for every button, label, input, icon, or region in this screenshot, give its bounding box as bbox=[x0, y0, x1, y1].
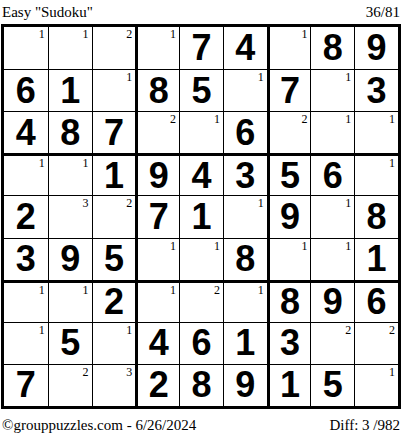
pencil-mark: 1 bbox=[258, 71, 264, 84]
pencil-mark: 1 bbox=[301, 28, 307, 41]
cell-value: 8 bbox=[49, 112, 92, 153]
cell-value: 1 bbox=[180, 196, 223, 237]
cell-value: 6 bbox=[180, 323, 223, 364]
sudoku-cell-r7c3[interactable]: 2 bbox=[92, 280, 136, 322]
sudoku-cell-r7c9[interactable]: 6 bbox=[354, 280, 398, 322]
sudoku-cell-r6c9[interactable]: 1 bbox=[354, 238, 398, 280]
sudoku-cell-r1c1[interactable]: 1 bbox=[4, 27, 48, 69]
sudoku-cell-r9c6[interactable]: 9 bbox=[223, 364, 267, 406]
sudoku-cell-r5c5[interactable]: 1 bbox=[179, 195, 223, 237]
sudoku-cell-r7c6[interactable]: 1 bbox=[223, 280, 267, 322]
sudoku-cell-r4c2[interactable]: 1 bbox=[48, 153, 92, 195]
cell-value: 2 bbox=[138, 365, 179, 406]
sudoku-cell-r6c7[interactable]: 1 bbox=[267, 238, 311, 280]
cell-value: 1 bbox=[49, 70, 92, 111]
cell-value: 6 bbox=[4, 70, 48, 111]
sudoku-cell-r4c7[interactable]: 5 bbox=[267, 153, 311, 195]
sudoku-cell-r9c8[interactable]: 5 bbox=[310, 364, 354, 406]
pencil-mark: 3 bbox=[83, 197, 89, 210]
cell-value: 5 bbox=[270, 156, 311, 195]
pencil-mark: 1 bbox=[258, 284, 264, 297]
sudoku-cell-r9c4[interactable]: 2 bbox=[135, 364, 179, 406]
sudoku-cell-r5c2[interactable]: 3 bbox=[48, 195, 92, 237]
sudoku-cell-r6c1[interactable]: 3 bbox=[4, 238, 48, 280]
cell-value: 3 bbox=[224, 156, 267, 195]
pencil-mark: 1 bbox=[126, 324, 132, 337]
sudoku-cell-r4c1[interactable]: 1 bbox=[4, 153, 48, 195]
sudoku-cell-r9c9[interactable]: 1 bbox=[354, 364, 398, 406]
pencil-mark: 1 bbox=[39, 324, 45, 337]
sudoku-cell-r3c6[interactable]: 6 bbox=[223, 111, 267, 153]
pencil-mark: 1 bbox=[126, 71, 132, 84]
sudoku-cell-r8c7[interactable]: 3 bbox=[267, 322, 311, 364]
cell-value: 6 bbox=[224, 112, 267, 153]
pencil-mark: 1 bbox=[389, 366, 395, 379]
progress-counter: 36/81 bbox=[366, 3, 400, 21]
cell-value: 4 bbox=[4, 112, 48, 153]
cell-value: 9 bbox=[224, 365, 267, 406]
cell-value: 5 bbox=[49, 323, 92, 364]
pencil-mark: 2 bbox=[126, 28, 132, 41]
sudoku-cell-r7c8[interactable]: 9 bbox=[310, 280, 354, 322]
cell-value: 8 bbox=[224, 239, 267, 280]
sudoku-cell-r3c3[interactable]: 7 bbox=[92, 111, 136, 153]
sudoku-cell-r5c7[interactable]: 9 bbox=[267, 195, 311, 237]
sudoku-cell-r8c2[interactable]: 5 bbox=[48, 322, 92, 364]
cell-value: 3 bbox=[355, 70, 398, 111]
sudoku-cell-r8c4[interactable]: 4 bbox=[135, 322, 179, 364]
pencil-mark: 1 bbox=[345, 113, 351, 126]
cell-value: 7 bbox=[180, 27, 223, 69]
sudoku-cell-r3c5[interactable]: 1 bbox=[179, 111, 223, 153]
sudoku-cell-r3c4[interactable]: 2 bbox=[135, 111, 179, 153]
cell-value: 2 bbox=[93, 283, 136, 322]
pencil-mark: 2 bbox=[83, 366, 89, 379]
cell-value: 1 bbox=[93, 156, 136, 195]
sudoku-cell-r4c8[interactable]: 6 bbox=[310, 153, 354, 195]
sudoku-cell-r5c1[interactable]: 2 bbox=[4, 195, 48, 237]
sudoku-cell-r8c9[interactable]: 2 bbox=[354, 322, 398, 364]
cell-value: 3 bbox=[4, 239, 48, 280]
pencil-mark: 1 bbox=[39, 284, 45, 297]
cell-value: 5 bbox=[311, 365, 354, 406]
cell-value: 1 bbox=[224, 323, 267, 364]
pencil-mark: 1 bbox=[345, 240, 351, 253]
cell-value: 7 bbox=[93, 112, 136, 153]
cell-value: 8 bbox=[311, 27, 354, 69]
sudoku-cell-r4c5[interactable]: 4 bbox=[179, 153, 223, 195]
sudoku-cell-r7c5[interactable]: 2 bbox=[179, 280, 223, 322]
cell-value: 6 bbox=[355, 283, 398, 322]
sudoku-cell-r7c4[interactable]: 1 bbox=[135, 280, 179, 322]
pencil-mark: 1 bbox=[39, 157, 45, 170]
page-header: Easy "Sudoku" 36/81 bbox=[0, 0, 402, 24]
cell-value: 9 bbox=[270, 196, 311, 237]
pencil-mark: 1 bbox=[345, 71, 351, 84]
sudoku-cell-r1c8[interactable]: 8 bbox=[310, 27, 354, 69]
pencil-mark: 2 bbox=[345, 324, 351, 337]
pencil-mark: 3 bbox=[126, 366, 132, 379]
pencil-mark: 1 bbox=[389, 113, 395, 126]
sudoku-cell-r6c8[interactable]: 1 bbox=[310, 238, 354, 280]
pencil-mark: 2 bbox=[301, 113, 307, 126]
sudoku-cell-r5c3[interactable]: 2 bbox=[92, 195, 136, 237]
cell-value: 7 bbox=[270, 70, 311, 111]
pencil-mark: 2 bbox=[170, 113, 176, 126]
pencil-mark: 1 bbox=[170, 240, 176, 253]
sudoku-cell-r1c4[interactable]: 1 bbox=[135, 27, 179, 69]
cell-value: 8 bbox=[270, 283, 311, 322]
cell-value: 4 bbox=[224, 27, 267, 69]
pencil-mark: 1 bbox=[39, 28, 45, 41]
sudoku-cell-r1c6[interactable]: 4 bbox=[223, 27, 267, 69]
sudoku-cell-r4c6[interactable]: 3 bbox=[223, 153, 267, 195]
sudoku-cell-r7c1[interactable]: 1 bbox=[4, 280, 48, 322]
cell-value: 4 bbox=[138, 323, 179, 364]
sudoku-cell-r6c6[interactable]: 8 bbox=[223, 238, 267, 280]
pencil-mark: 1 bbox=[83, 157, 89, 170]
sudoku-cell-r2c2[interactable]: 1 bbox=[48, 69, 92, 111]
pencil-mark: 1 bbox=[301, 240, 307, 253]
footer-difficulty: Diff: 3 /982 bbox=[329, 416, 400, 434]
cell-value: 1 bbox=[355, 239, 398, 280]
sudoku-cell-r8c8[interactable]: 2 bbox=[310, 322, 354, 364]
sudoku-cell-r5c8[interactable]: 1 bbox=[310, 195, 354, 237]
cell-value: 9 bbox=[49, 239, 92, 280]
sudoku-cell-r5c9[interactable]: 8 bbox=[354, 195, 398, 237]
sudoku-cell-r9c5[interactable]: 8 bbox=[179, 364, 223, 406]
sudoku-cell-r7c7[interactable]: 8 bbox=[267, 280, 311, 322]
sudoku-cell-r5c4[interactable]: 7 bbox=[135, 195, 179, 237]
sudoku-cell-r4c4[interactable]: 9 bbox=[135, 153, 179, 195]
sudoku-cell-r8c5[interactable]: 6 bbox=[179, 322, 223, 364]
pencil-mark: 1 bbox=[83, 284, 89, 297]
sudoku-cell-r3c7[interactable]: 2 bbox=[267, 111, 311, 153]
sudoku-cell-r1c9[interactable]: 9 bbox=[354, 27, 398, 69]
pencil-mark: 1 bbox=[214, 240, 220, 253]
sudoku-cell-r9c7[interactable]: 1 bbox=[267, 364, 311, 406]
cell-value: 9 bbox=[311, 283, 354, 322]
cell-value: 8 bbox=[355, 196, 398, 237]
footer-credit: ©grouppuzzles.com - 6/26/2024 bbox=[2, 416, 196, 434]
sudoku-cell-r8c1[interactable]: 1 bbox=[4, 322, 48, 364]
sudoku-cell-r7c2[interactable]: 1 bbox=[48, 280, 92, 322]
sudoku-cell-r2c4[interactable]: 8 bbox=[135, 69, 179, 111]
sudoku-cell-r6c3[interactable]: 5 bbox=[92, 238, 136, 280]
pencil-mark: 1 bbox=[83, 28, 89, 41]
sudoku-cell-r8c6[interactable]: 1 bbox=[223, 322, 267, 364]
sudoku-cell-r3c8[interactable]: 1 bbox=[310, 111, 354, 153]
cell-value: 5 bbox=[93, 239, 136, 280]
sudoku-cell-r1c7[interactable]: 1 bbox=[267, 27, 311, 69]
page-footer: ©grouppuzzles.com - 6/26/2024 Diff: 3 /9… bbox=[0, 409, 402, 434]
pencil-mark: 1 bbox=[345, 197, 351, 210]
sudoku-cell-r6c5[interactable]: 1 bbox=[179, 238, 223, 280]
pencil-mark: 1 bbox=[389, 157, 395, 170]
pencil-mark: 2 bbox=[214, 284, 220, 297]
sudoku-cell-r1c3[interactable]: 2 bbox=[92, 27, 136, 69]
pencil-mark: 1 bbox=[258, 197, 264, 210]
cell-value: 6 bbox=[311, 156, 354, 195]
sudoku-cell-r6c4[interactable]: 1 bbox=[135, 238, 179, 280]
sudoku-cell-r3c9[interactable]: 1 bbox=[354, 111, 398, 153]
pencil-mark: 2 bbox=[126, 197, 132, 210]
sudoku-cell-r9c3[interactable]: 3 bbox=[92, 364, 136, 406]
sudoku-cell-r1c2[interactable]: 1 bbox=[48, 27, 92, 69]
sudoku-cell-r9c2[interactable]: 2 bbox=[48, 364, 92, 406]
sudoku-cell-r2c7[interactable]: 7 bbox=[267, 69, 311, 111]
cell-value: 3 bbox=[270, 323, 311, 364]
pencil-mark: 1 bbox=[214, 113, 220, 126]
sudoku-cell-r3c2[interactable]: 8 bbox=[48, 111, 92, 153]
cell-value: 2 bbox=[4, 196, 48, 237]
cell-value: 9 bbox=[355, 27, 398, 69]
sudoku-cell-r2c9[interactable]: 3 bbox=[354, 69, 398, 111]
cell-value: 7 bbox=[138, 196, 179, 237]
sudoku-cell-r2c8[interactable]: 1 bbox=[310, 69, 354, 111]
cell-value: 5 bbox=[180, 70, 223, 111]
cell-value: 8 bbox=[180, 365, 223, 406]
pencil-mark: 1 bbox=[170, 28, 176, 41]
sudoku-cell-r9c1[interactable]: 7 bbox=[4, 364, 48, 406]
sudoku-cell-r4c3[interactable]: 1 bbox=[92, 153, 136, 195]
sudoku-cell-r3c1[interactable]: 4 bbox=[4, 111, 48, 153]
cell-value: 9 bbox=[138, 156, 179, 195]
sudoku-cell-r2c3[interactable]: 1 bbox=[92, 69, 136, 111]
sudoku-cell-r6c2[interactable]: 9 bbox=[48, 238, 92, 280]
sudoku-cell-r4c9[interactable]: 1 bbox=[354, 153, 398, 195]
sudoku-cell-r5c6[interactable]: 1 bbox=[223, 195, 267, 237]
sudoku-cell-r2c6[interactable]: 1 bbox=[223, 69, 267, 111]
cell-value: 8 bbox=[138, 70, 179, 111]
pencil-mark: 2 bbox=[389, 324, 395, 337]
sudoku-cell-r8c3[interactable]: 1 bbox=[92, 322, 136, 364]
page-title: Easy "Sudoku" bbox=[2, 3, 93, 21]
sudoku-grid: 1121741896118517134872162111119435612327… bbox=[1, 24, 401, 409]
sudoku-cell-r2c5[interactable]: 5 bbox=[179, 69, 223, 111]
sudoku-cell-r2c1[interactable]: 6 bbox=[4, 69, 48, 111]
cell-value: 7 bbox=[4, 365, 48, 406]
cell-value: 4 bbox=[180, 156, 223, 195]
pencil-mark: 1 bbox=[170, 284, 176, 297]
sudoku-cell-r1c5[interactable]: 7 bbox=[179, 27, 223, 69]
cell-value: 1 bbox=[270, 365, 311, 406]
